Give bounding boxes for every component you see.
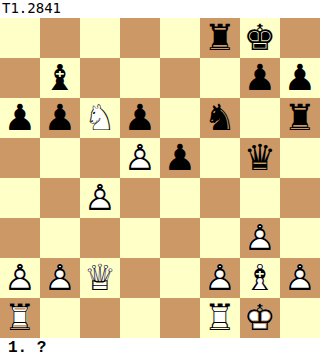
square-h2[interactable]: ♟♙ xyxy=(280,258,320,298)
white-knight: ♘ xyxy=(80,98,120,138)
square-g4[interactable] xyxy=(240,178,280,218)
chess-board: ♜♚♝♟♟♟♟♞♘♟♞♜♟♙♟♛♟♙♟♙♟♙♟♙♛♕♟♙♝♗♟♙♜♖♜♖♚♔ xyxy=(0,18,320,338)
square-f2[interactable]: ♟♙ xyxy=(200,258,240,298)
square-e4[interactable] xyxy=(160,178,200,218)
square-h4[interactable] xyxy=(280,178,320,218)
black-knight: ♞ xyxy=(200,98,240,138)
square-c4[interactable]: ♟♙ xyxy=(80,178,120,218)
white-king: ♔ xyxy=(240,298,280,338)
square-a4[interactable] xyxy=(0,178,40,218)
square-h6[interactable]: ♜ xyxy=(280,98,320,138)
black-pawn: ♟ xyxy=(240,58,280,98)
puzzle-id: T1.2841 xyxy=(0,0,320,18)
square-b1[interactable] xyxy=(40,298,80,338)
square-c5[interactable] xyxy=(80,138,120,178)
square-b2[interactable]: ♟♙ xyxy=(40,258,80,298)
black-pawn: ♟ xyxy=(160,138,200,178)
square-a7[interactable] xyxy=(0,58,40,98)
square-c6[interactable]: ♞♘ xyxy=(80,98,120,138)
square-d2[interactable] xyxy=(120,258,160,298)
black-pawn: ♟ xyxy=(0,98,40,138)
white-rook-fill: ♜ xyxy=(200,298,240,338)
white-pawn: ♙ xyxy=(120,138,160,178)
square-a5[interactable] xyxy=(0,138,40,178)
black-queen: ♛ xyxy=(240,138,280,178)
square-d6[interactable]: ♟ xyxy=(120,98,160,138)
white-bishop-fill: ♝ xyxy=(240,258,280,298)
white-queen: ♕ xyxy=(80,258,120,298)
black-rook: ♜ xyxy=(280,98,320,138)
square-f6[interactable]: ♞ xyxy=(200,98,240,138)
black-rook: ♜ xyxy=(200,18,240,58)
square-g1[interactable]: ♚♔ xyxy=(240,298,280,338)
white-pawn: ♙ xyxy=(200,258,240,298)
square-d5[interactable]: ♟♙ xyxy=(120,138,160,178)
square-b3[interactable] xyxy=(40,218,80,258)
white-king-fill: ♚ xyxy=(240,298,280,338)
square-a2[interactable]: ♟♙ xyxy=(0,258,40,298)
square-a8[interactable] xyxy=(0,18,40,58)
white-pawn: ♙ xyxy=(80,178,120,218)
square-g3[interactable]: ♟♙ xyxy=(240,218,280,258)
white-rook: ♖ xyxy=(0,298,40,338)
black-pawn: ♟ xyxy=(40,98,80,138)
square-b5[interactable] xyxy=(40,138,80,178)
square-c1[interactable] xyxy=(80,298,120,338)
square-a3[interactable] xyxy=(0,218,40,258)
square-h8[interactable] xyxy=(280,18,320,58)
square-c7[interactable] xyxy=(80,58,120,98)
white-queen-fill: ♛ xyxy=(80,258,120,298)
square-c8[interactable] xyxy=(80,18,120,58)
white-pawn: ♙ xyxy=(40,258,80,298)
square-c3[interactable] xyxy=(80,218,120,258)
move-prompt: 1. ? xyxy=(0,338,320,360)
square-d8[interactable] xyxy=(120,18,160,58)
white-rook-fill: ♜ xyxy=(0,298,40,338)
square-e1[interactable] xyxy=(160,298,200,338)
white-knight-fill: ♞ xyxy=(80,98,120,138)
white-pawn-fill: ♟ xyxy=(40,258,80,298)
square-e2[interactable] xyxy=(160,258,200,298)
white-pawn-fill: ♟ xyxy=(280,258,320,298)
square-b8[interactable] xyxy=(40,18,80,58)
square-f4[interactable] xyxy=(200,178,240,218)
black-king: ♚ xyxy=(240,18,280,58)
square-h3[interactable] xyxy=(280,218,320,258)
white-pawn-fill: ♟ xyxy=(80,178,120,218)
black-pawn: ♟ xyxy=(280,58,320,98)
white-bishop: ♗ xyxy=(240,258,280,298)
square-g8[interactable]: ♚ xyxy=(240,18,280,58)
square-f1[interactable]: ♜♖ xyxy=(200,298,240,338)
square-e7[interactable] xyxy=(160,58,200,98)
square-f3[interactable] xyxy=(200,218,240,258)
white-pawn-fill: ♟ xyxy=(0,258,40,298)
white-pawn-fill: ♟ xyxy=(200,258,240,298)
white-pawn: ♙ xyxy=(280,258,320,298)
square-b7[interactable]: ♝ xyxy=(40,58,80,98)
square-b6[interactable]: ♟ xyxy=(40,98,80,138)
white-pawn-fill: ♟ xyxy=(120,138,160,178)
square-f8[interactable]: ♜ xyxy=(200,18,240,58)
square-e6[interactable] xyxy=(160,98,200,138)
square-h1[interactable] xyxy=(280,298,320,338)
square-a6[interactable]: ♟ xyxy=(0,98,40,138)
square-e8[interactable] xyxy=(160,18,200,58)
square-h5[interactable] xyxy=(280,138,320,178)
square-g5[interactable]: ♛ xyxy=(240,138,280,178)
white-pawn: ♙ xyxy=(0,258,40,298)
square-d4[interactable] xyxy=(120,178,160,218)
square-h7[interactable]: ♟ xyxy=(280,58,320,98)
square-e5[interactable]: ♟ xyxy=(160,138,200,178)
square-d7[interactable] xyxy=(120,58,160,98)
square-c2[interactable]: ♛♕ xyxy=(80,258,120,298)
square-g2[interactable]: ♝♗ xyxy=(240,258,280,298)
square-b4[interactable] xyxy=(40,178,80,218)
black-bishop: ♝ xyxy=(40,58,80,98)
square-a1[interactable]: ♜♖ xyxy=(0,298,40,338)
square-g6[interactable] xyxy=(240,98,280,138)
square-d3[interactable] xyxy=(120,218,160,258)
square-f5[interactable] xyxy=(200,138,240,178)
square-g7[interactable]: ♟ xyxy=(240,58,280,98)
square-d1[interactable] xyxy=(120,298,160,338)
square-f7[interactable] xyxy=(200,58,240,98)
white-pawn-fill: ♟ xyxy=(240,218,280,258)
black-pawn: ♟ xyxy=(120,98,160,138)
white-rook: ♖ xyxy=(200,298,240,338)
white-pawn: ♙ xyxy=(240,218,280,258)
square-e3[interactable] xyxy=(160,218,200,258)
